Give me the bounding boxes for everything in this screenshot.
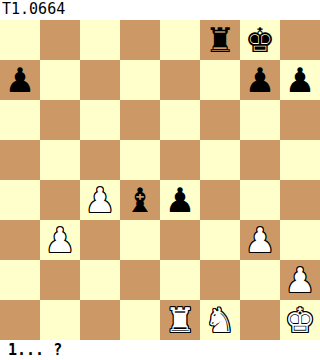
square-g1[interactable] xyxy=(240,300,280,340)
white-king: ♚ xyxy=(285,300,315,340)
square-b7[interactable] xyxy=(40,60,80,100)
square-a3[interactable] xyxy=(0,220,40,260)
square-c6[interactable] xyxy=(80,100,120,140)
square-g4[interactable] xyxy=(240,180,280,220)
square-d2[interactable] xyxy=(120,260,160,300)
square-c7[interactable] xyxy=(80,60,120,100)
square-e6[interactable] xyxy=(160,100,200,140)
square-a7[interactable]: ♟ xyxy=(0,60,40,100)
square-h1[interactable]: ♚ xyxy=(280,300,320,340)
white-rook: ♜ xyxy=(165,300,195,340)
square-g2[interactable] xyxy=(240,260,280,300)
black-pawn: ♟ xyxy=(165,180,195,220)
black-bishop: ♝ xyxy=(125,180,155,220)
square-f5[interactable] xyxy=(200,140,240,180)
square-b3[interactable]: ♟ xyxy=(40,220,80,260)
square-e1[interactable]: ♜ xyxy=(160,300,200,340)
square-b8[interactable] xyxy=(40,20,80,60)
white-pawn: ♟ xyxy=(85,180,115,220)
square-c5[interactable] xyxy=(80,140,120,180)
square-a5[interactable] xyxy=(0,140,40,180)
square-c8[interactable] xyxy=(80,20,120,60)
black-rook: ♜ xyxy=(205,20,235,60)
square-c4[interactable]: ♟ xyxy=(80,180,120,220)
square-h2[interactable]: ♟ xyxy=(280,260,320,300)
square-h5[interactable] xyxy=(280,140,320,180)
square-h6[interactable] xyxy=(280,100,320,140)
square-d7[interactable] xyxy=(120,60,160,100)
square-f2[interactable] xyxy=(200,260,240,300)
square-b6[interactable] xyxy=(40,100,80,140)
square-f8[interactable]: ♜ xyxy=(200,20,240,60)
square-f7[interactable] xyxy=(200,60,240,100)
square-f4[interactable] xyxy=(200,180,240,220)
square-b1[interactable] xyxy=(40,300,80,340)
square-h4[interactable] xyxy=(280,180,320,220)
black-king: ♚ xyxy=(245,20,275,60)
square-d1[interactable] xyxy=(120,300,160,340)
square-e8[interactable] xyxy=(160,20,200,60)
square-d6[interactable] xyxy=(120,100,160,140)
square-g7[interactable]: ♟ xyxy=(240,60,280,100)
square-b2[interactable] xyxy=(40,260,80,300)
square-h8[interactable] xyxy=(280,20,320,60)
square-d8[interactable] xyxy=(120,20,160,60)
white-pawn: ♟ xyxy=(245,220,275,260)
square-a6[interactable] xyxy=(0,100,40,140)
square-d5[interactable] xyxy=(120,140,160,180)
square-f1[interactable]: ♞ xyxy=(200,300,240,340)
move-prompt: 1... ? xyxy=(0,340,320,360)
square-e2[interactable] xyxy=(160,260,200,300)
chess-board: ♜♚♟♟♟♟♝♟♟♟♟♜♞♚ xyxy=(0,20,320,340)
puzzle-id: T1.0664 xyxy=(0,0,320,20)
square-c2[interactable] xyxy=(80,260,120,300)
square-g5[interactable] xyxy=(240,140,280,180)
black-pawn: ♟ xyxy=(285,60,315,100)
square-f3[interactable] xyxy=(200,220,240,260)
square-a8[interactable] xyxy=(0,20,40,60)
black-pawn: ♟ xyxy=(5,60,35,100)
white-knight: ♞ xyxy=(205,300,235,340)
square-a2[interactable] xyxy=(0,260,40,300)
square-e3[interactable] xyxy=(160,220,200,260)
square-e4[interactable]: ♟ xyxy=(160,180,200,220)
square-f6[interactable] xyxy=(200,100,240,140)
square-h7[interactable]: ♟ xyxy=(280,60,320,100)
square-c1[interactable] xyxy=(80,300,120,340)
white-pawn: ♟ xyxy=(45,220,75,260)
square-d3[interactable] xyxy=(120,220,160,260)
square-d4[interactable]: ♝ xyxy=(120,180,160,220)
square-g3[interactable]: ♟ xyxy=(240,220,280,260)
chess-puzzle-app: T1.0664 ♜♚♟♟♟♟♝♟♟♟♟♜♞♚ 1... ? xyxy=(0,0,320,360)
square-h3[interactable] xyxy=(280,220,320,260)
square-c3[interactable] xyxy=(80,220,120,260)
square-g8[interactable]: ♚ xyxy=(240,20,280,60)
square-e7[interactable] xyxy=(160,60,200,100)
square-b4[interactable] xyxy=(40,180,80,220)
square-b5[interactable] xyxy=(40,140,80,180)
square-g6[interactable] xyxy=(240,100,280,140)
square-a4[interactable] xyxy=(0,180,40,220)
square-a1[interactable] xyxy=(0,300,40,340)
white-pawn: ♟ xyxy=(285,260,315,300)
square-e5[interactable] xyxy=(160,140,200,180)
black-pawn: ♟ xyxy=(245,60,275,100)
